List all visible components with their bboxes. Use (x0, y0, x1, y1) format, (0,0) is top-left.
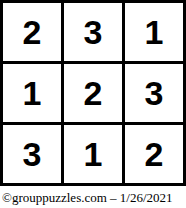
cell-r1c3: 1 (125, 3, 183, 61)
copyright-credit: ©grouppuzzles.com – 1/26/2021 (2, 189, 184, 206)
cell-r3c3: 2 (125, 125, 183, 183)
cell-r2c1: 1 (3, 64, 61, 122)
cell-r3c1: 3 (3, 125, 61, 183)
cell-r2c2: 2 (64, 64, 122, 122)
cell-r3c2: 1 (64, 125, 122, 183)
cell-r1c2: 3 (64, 3, 122, 61)
cell-r2c3: 3 (125, 64, 183, 122)
puzzle-board: 2 3 1 1 2 3 3 1 2 (0, 0, 186, 186)
cell-r1c1: 2 (3, 3, 61, 61)
